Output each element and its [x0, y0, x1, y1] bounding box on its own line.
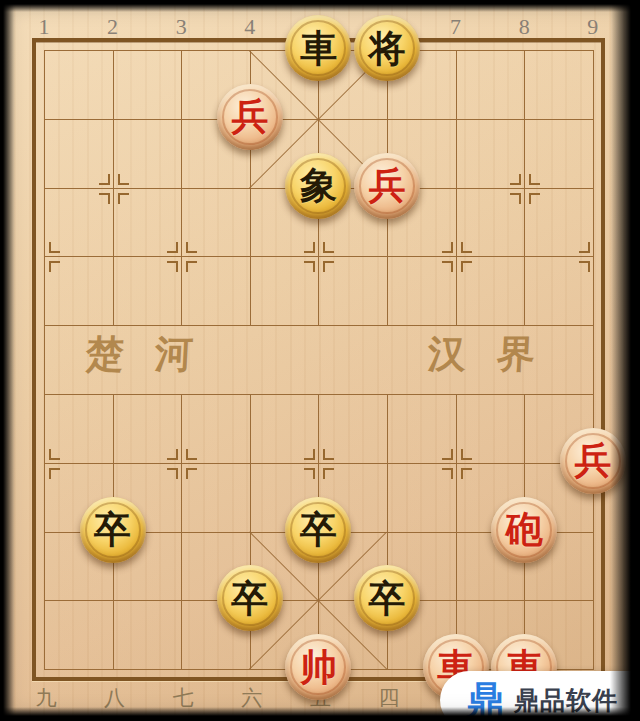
- river-label-chu-he: 楚河: [85, 329, 226, 380]
- point-marker: [167, 242, 178, 253]
- watermark-brand-text: 鼎品软件: [514, 684, 618, 717]
- grid-vline: [593, 50, 594, 669]
- point-marker: [167, 261, 178, 272]
- piece-red-砲[interactable]: 砲: [491, 497, 557, 563]
- piece-red-兵[interactable]: 兵: [354, 153, 420, 219]
- point-marker: [304, 449, 315, 460]
- piece-black-卒[interactable]: 卒: [80, 497, 146, 563]
- piece-red-兵[interactable]: 兵: [217, 84, 283, 150]
- piece-glyph: 車: [300, 30, 337, 67]
- point-marker: [186, 242, 197, 253]
- point-marker: [461, 449, 472, 460]
- point-marker: [167, 468, 178, 479]
- point-marker: [461, 242, 472, 253]
- point-marker: [529, 174, 540, 185]
- watermark-pill: 鼎 鼎品软件: [440, 671, 640, 721]
- point-marker: [186, 261, 197, 272]
- file-label-top-7: 7: [450, 14, 461, 40]
- piece-black-将[interactable]: 将: [354, 15, 420, 81]
- file-label-bottom-2: 八: [104, 684, 125, 712]
- piece-red-帅[interactable]: 帅: [285, 634, 351, 700]
- grid-vline: [44, 50, 45, 669]
- point-marker: [99, 193, 110, 204]
- file-label-bottom-4: 六: [241, 684, 262, 712]
- grid-vline: [113, 50, 114, 325]
- point-marker: [529, 193, 540, 204]
- file-label-top-8: 8: [519, 14, 530, 40]
- point-marker: [186, 468, 197, 479]
- point-marker: [442, 449, 453, 460]
- grid-vline: [456, 394, 457, 669]
- point-marker: [186, 449, 197, 460]
- point-marker: [510, 193, 521, 204]
- point-marker: [49, 242, 60, 253]
- piece-glyph: 将: [369, 30, 406, 67]
- piece-glyph: 帅: [300, 649, 337, 686]
- piece-black-卒[interactable]: 卒: [285, 497, 351, 563]
- file-label-bottom-1: 九: [36, 684, 57, 712]
- point-marker: [49, 261, 60, 272]
- point-marker: [99, 174, 110, 185]
- point-marker: [442, 261, 453, 272]
- file-label-bottom-3: 七: [173, 684, 194, 712]
- point-marker: [49, 449, 60, 460]
- point-marker: [510, 174, 521, 185]
- file-label-top-1: 1: [39, 14, 50, 40]
- dingpin-logo-icon: 鼎: [466, 681, 504, 719]
- piece-glyph: 卒: [300, 511, 337, 548]
- river-label-han-jie: 汉界: [427, 329, 568, 380]
- piece-red-兵[interactable]: 兵: [560, 428, 626, 494]
- piece-glyph: 象: [300, 167, 337, 204]
- xiangqi-app-screen: 楚河 汉界 123456789九八七六五四三二一車将兵象兵兵卒卒砲卒卒帅車車 鼎…: [0, 0, 640, 721]
- grid-vline: [181, 50, 182, 325]
- grid-vline: [456, 50, 457, 325]
- point-marker: [442, 242, 453, 253]
- piece-black-車[interactable]: 車: [285, 15, 351, 81]
- point-marker: [323, 261, 334, 272]
- piece-glyph: 卒: [231, 580, 268, 617]
- point-marker: [442, 468, 453, 479]
- file-label-top-3: 3: [176, 14, 187, 40]
- point-marker: [461, 468, 472, 479]
- file-label-top-9: 9: [587, 14, 598, 40]
- point-marker: [304, 261, 315, 272]
- point-marker: [49, 468, 60, 479]
- point-marker: [323, 468, 334, 479]
- point-marker: [323, 242, 334, 253]
- piece-glyph: 兵: [231, 98, 268, 135]
- point-marker: [579, 261, 590, 272]
- point-marker: [167, 449, 178, 460]
- piece-glyph: 兵: [369, 167, 406, 204]
- point-marker: [579, 242, 590, 253]
- piece-glyph: 砲: [506, 511, 543, 548]
- point-marker: [304, 468, 315, 479]
- piece-black-卒[interactable]: 卒: [217, 565, 283, 631]
- piece-glyph: 卒: [369, 580, 406, 617]
- grid-vline: [181, 394, 182, 669]
- grid-vline: [524, 50, 525, 325]
- piece-glyph: 兵: [574, 442, 611, 479]
- point-marker: [323, 449, 334, 460]
- grid-hline: [44, 325, 594, 326]
- piece-black-卒[interactable]: 卒: [354, 565, 420, 631]
- point-marker: [461, 261, 472, 272]
- point-marker: [304, 242, 315, 253]
- point-marker: [118, 174, 129, 185]
- piece-glyph: 卒: [94, 511, 131, 548]
- file-label-top-2: 2: [107, 14, 118, 40]
- file-label-bottom-6: 四: [379, 684, 400, 712]
- piece-black-象[interactable]: 象: [285, 153, 351, 219]
- point-marker: [118, 193, 129, 204]
- file-label-top-4: 4: [244, 14, 255, 40]
